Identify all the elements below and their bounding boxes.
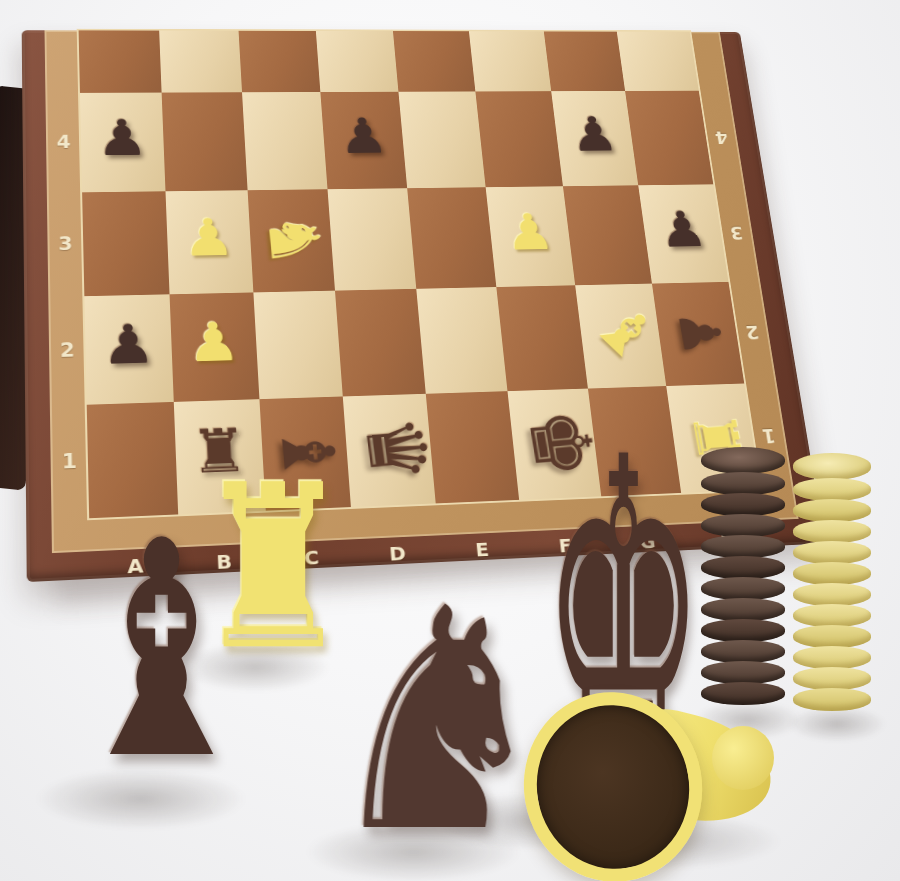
square-h5 xyxy=(617,32,699,91)
square-f4 xyxy=(475,91,562,187)
yellow-checker-disc xyxy=(793,562,871,585)
yellow-pawn-b3: ♟ xyxy=(181,212,235,264)
yellow-pawn-f3: ♟ xyxy=(502,207,557,257)
square-a2: ♟ xyxy=(84,294,173,404)
rank-label-2: 2 xyxy=(48,296,86,406)
square-c2 xyxy=(253,291,343,400)
walnut-checker-disc xyxy=(701,447,785,474)
square-b2: ♟ xyxy=(169,292,259,401)
yellow-checker-disc xyxy=(793,688,871,711)
contact-shadow xyxy=(788,706,886,742)
square-b3: ♟ xyxy=(165,190,253,294)
walnut-checker-disc xyxy=(701,640,785,663)
square-f5 xyxy=(469,31,551,91)
walnut-checker-disc xyxy=(701,556,785,579)
yellow-checker-disc xyxy=(793,478,871,501)
square-b5 xyxy=(159,31,242,93)
walnut-checker-disc xyxy=(701,514,785,537)
walnut-pawn-a2: ♟ xyxy=(101,317,156,372)
walnut-checker-disc xyxy=(701,619,785,642)
yellow-knight-c3: ♞ xyxy=(258,211,332,269)
walnut-pawn-a4: ♟ xyxy=(96,113,149,163)
yellow-checker-disc xyxy=(793,583,871,606)
yellow-checker-disc xyxy=(793,667,871,690)
yellow-pawn-b2: ♟ xyxy=(186,315,242,370)
rank-label-5 xyxy=(45,30,80,93)
square-e4 xyxy=(398,91,485,188)
walnut-checker-disc xyxy=(701,682,785,705)
walnut-pawn-d4: ♟ xyxy=(337,112,390,161)
yellow-checker-disc xyxy=(793,541,871,564)
square-a5 xyxy=(79,30,162,92)
walnut-checker-disc xyxy=(701,661,785,684)
rank-label-4: 4 xyxy=(45,93,82,193)
walnut-checker-disc xyxy=(701,472,785,495)
yellow-checker-disc xyxy=(793,453,871,480)
yellow-checker-disc xyxy=(793,646,871,669)
square-f3: ♟ xyxy=(485,186,574,287)
square-d1: ♛ xyxy=(343,394,436,507)
square-c4 xyxy=(242,92,328,190)
checkers-stack-walnut xyxy=(701,447,785,705)
square-a3 xyxy=(82,191,169,296)
walnut-checker-disc xyxy=(701,535,785,558)
product-photo-scene: 4321 ♟♟♟♟♞♟♟♟♟♝♟♜♝♛♚♜ 4321 ABCDEFGH ♚ ♜ … xyxy=(0,0,900,881)
checkers-stack-yellow xyxy=(793,453,871,711)
square-g3 xyxy=(562,185,652,285)
square-e1 xyxy=(426,391,519,503)
square-c3: ♞ xyxy=(247,189,335,292)
walnut-checker-disc xyxy=(701,577,785,600)
walnut-checker-disc xyxy=(701,493,785,516)
yellow-checker-disc xyxy=(793,520,871,543)
walnut-pawn-h3: ♟ xyxy=(655,205,710,255)
square-g5 xyxy=(543,31,625,91)
square-d2 xyxy=(335,289,426,397)
square-e2 xyxy=(416,287,507,394)
walnut-red-pawn-h2: ♟ xyxy=(670,309,732,358)
foreground-bishop-piece: ♝ xyxy=(63,502,261,800)
yellow-checker-disc xyxy=(793,499,871,522)
yellow-checker-disc xyxy=(793,625,871,648)
rank-label-3: 3 xyxy=(47,192,85,297)
square-d5 xyxy=(316,31,398,92)
square-a4: ♟ xyxy=(80,93,165,193)
foreground-lying-pawn-head xyxy=(712,726,774,790)
square-e5 xyxy=(393,31,475,92)
foreground-knight-piece: ♞ xyxy=(322,568,552,874)
square-e3 xyxy=(407,187,496,289)
yellow-checker-disc xyxy=(793,604,871,627)
walnut-red-queen-d1: ♛ xyxy=(352,413,441,487)
square-d4: ♟ xyxy=(321,92,408,189)
walnut-pawn-g4: ♟ xyxy=(567,111,620,159)
walnut-checker-disc xyxy=(701,598,785,621)
square-d3 xyxy=(328,188,417,290)
square-b4 xyxy=(161,92,247,191)
square-c5 xyxy=(238,31,320,93)
square-g4: ♟ xyxy=(551,91,639,186)
